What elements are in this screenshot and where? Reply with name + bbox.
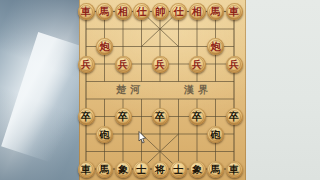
piece-character: 兵 [229, 55, 239, 72]
piece-red-elephant-r0c2[interactable]: 相 [115, 3, 132, 20]
piece-character: 車 [229, 3, 239, 20]
piece-black-soldier-r6c0[interactable]: 卒 [78, 108, 95, 125]
mountain-background-image [0, 0, 79, 180]
piece-red-advisor-r0c5[interactable]: 仕 [170, 3, 187, 20]
piece-red-advisor-r0c3[interactable]: 仕 [133, 3, 150, 20]
piece-black-cannon-r7c1[interactable]: 砲 [96, 126, 113, 143]
piece-black-elephant-r9c6[interactable]: 象 [189, 161, 206, 178]
piece-black-elephant-r9c2[interactable]: 象 [115, 161, 132, 178]
piece-character: 砲 [100, 125, 110, 142]
piece-red-soldier-r3c6[interactable]: 兵 [189, 56, 206, 73]
piece-character: 将 [155, 160, 165, 177]
river-label-han-jie: 漢界 [184, 83, 212, 97]
piece-character: 馬 [211, 160, 221, 177]
piece-character: 兵 [81, 55, 91, 72]
piece-character: 卒 [118, 108, 128, 125]
piece-red-horse-r0c7[interactable]: 馬 [207, 3, 224, 20]
piece-red-cannon-r2c7[interactable]: 炮 [207, 38, 224, 55]
piece-character: 相 [192, 3, 202, 20]
piece-character: 相 [118, 3, 128, 20]
piece-black-advisor-r9c5[interactable]: 士 [170, 161, 187, 178]
board-grid-lines [80, 0, 247, 180]
piece-character: 卒 [155, 108, 165, 125]
piece-black-soldier-r6c8[interactable]: 卒 [226, 108, 243, 125]
right-panel [246, 0, 320, 180]
piece-red-horse-r0c1[interactable]: 馬 [96, 3, 113, 20]
piece-black-chariot-r9c0[interactable]: 車 [78, 161, 95, 178]
piece-character: 兵 [118, 55, 128, 72]
piece-red-soldier-r3c4[interactable]: 兵 [152, 56, 169, 73]
piece-red-elephant-r0c6[interactable]: 相 [189, 3, 206, 20]
piece-black-cannon-r7c7[interactable]: 砲 [207, 126, 224, 143]
piece-black-horse-r9c1[interactable]: 馬 [96, 161, 113, 178]
piece-character: 炮 [211, 38, 221, 55]
piece-black-soldier-r6c2[interactable]: 卒 [115, 108, 132, 125]
piece-character: 士 [137, 160, 147, 177]
xiangqi-game-screen: 楚河 漢界 車馬相仕帥仕相馬車炮炮兵兵兵兵兵卒卒卒卒卒砲砲車馬象士将士象馬車 [0, 0, 320, 180]
piece-character: 車 [81, 160, 91, 177]
piece-character: 馬 [100, 3, 110, 20]
piece-character: 象 [118, 160, 128, 177]
piece-character: 車 [229, 160, 239, 177]
piece-red-cannon-r2c1[interactable]: 炮 [96, 38, 113, 55]
piece-character: 仕 [137, 3, 147, 20]
piece-character: 卒 [81, 108, 91, 125]
piece-character: 兵 [192, 55, 202, 72]
piece-character: 砲 [211, 125, 221, 142]
piece-character: 卒 [192, 108, 202, 125]
piece-black-general-r9c4[interactable]: 将 [152, 161, 169, 178]
piece-red-general-r0c4[interactable]: 帥 [152, 3, 169, 20]
piece-character: 馬 [100, 160, 110, 177]
mouse-cursor [138, 131, 147, 144]
xiangqi-board[interactable]: 楚河 漢界 車馬相仕帥仕相馬車炮炮兵兵兵兵兵卒卒卒卒卒砲砲車馬象士将士象馬車 [79, 0, 246, 180]
piece-character: 象 [192, 160, 202, 177]
piece-red-soldier-r3c0[interactable]: 兵 [78, 56, 95, 73]
piece-red-chariot-r0c0[interactable]: 車 [78, 3, 95, 20]
piece-character: 帥 [155, 3, 165, 20]
piece-character: 兵 [155, 55, 165, 72]
piece-black-chariot-r9c8[interactable]: 車 [226, 161, 243, 178]
piece-character: 卒 [229, 108, 239, 125]
piece-character: 炮 [100, 38, 110, 55]
piece-character: 仕 [174, 3, 184, 20]
river-label-chu-he: 楚河 [116, 83, 144, 97]
piece-character: 士 [174, 160, 184, 177]
piece-red-soldier-r3c8[interactable]: 兵 [226, 56, 243, 73]
piece-character: 車 [81, 3, 91, 20]
piece-red-soldier-r3c2[interactable]: 兵 [115, 56, 132, 73]
piece-black-soldier-r6c4[interactable]: 卒 [152, 108, 169, 125]
piece-character: 馬 [211, 3, 221, 20]
piece-black-soldier-r6c6[interactable]: 卒 [189, 108, 206, 125]
piece-black-horse-r9c7[interactable]: 馬 [207, 161, 224, 178]
piece-black-advisor-r9c3[interactable]: 士 [133, 161, 150, 178]
piece-red-chariot-r0c8[interactable]: 車 [226, 3, 243, 20]
